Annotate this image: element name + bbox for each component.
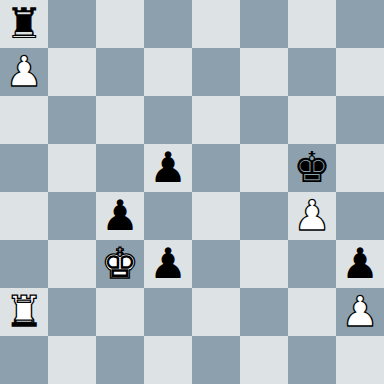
square-c5[interactable] (96, 144, 144, 192)
square-h8[interactable] (336, 0, 384, 48)
piece-white-rook[interactable]: ♜ (5, 291, 43, 333)
square-a8[interactable]: ♜ (0, 0, 48, 48)
square-g4[interactable]: ♟ (288, 192, 336, 240)
square-e2[interactable] (192, 288, 240, 336)
piece-black-rook[interactable]: ♜ (5, 3, 43, 45)
piece-white-pawn[interactable]: ♟ (341, 291, 379, 333)
square-b5[interactable] (48, 144, 96, 192)
piece-black-pawn[interactable]: ♟ (149, 243, 187, 285)
square-e8[interactable] (192, 0, 240, 48)
square-h6[interactable] (336, 96, 384, 144)
square-e7[interactable] (192, 48, 240, 96)
square-b3[interactable] (48, 240, 96, 288)
square-c8[interactable] (96, 0, 144, 48)
square-d6[interactable] (144, 96, 192, 144)
square-c4[interactable]: ♟ (96, 192, 144, 240)
square-d7[interactable] (144, 48, 192, 96)
square-a6[interactable] (0, 96, 48, 144)
square-d2[interactable] (144, 288, 192, 336)
square-a3[interactable] (0, 240, 48, 288)
square-c2[interactable] (96, 288, 144, 336)
square-f5[interactable] (240, 144, 288, 192)
square-e1[interactable] (192, 336, 240, 384)
square-a2[interactable]: ♜ (0, 288, 48, 336)
square-a1[interactable] (0, 336, 48, 384)
square-b1[interactable] (48, 336, 96, 384)
square-f6[interactable] (240, 96, 288, 144)
square-d8[interactable] (144, 0, 192, 48)
square-g1[interactable] (288, 336, 336, 384)
square-e5[interactable] (192, 144, 240, 192)
square-b7[interactable] (48, 48, 96, 96)
square-c3[interactable]: ♚ (96, 240, 144, 288)
piece-white-pawn[interactable]: ♟ (5, 51, 43, 93)
square-h4[interactable] (336, 192, 384, 240)
square-f1[interactable] (240, 336, 288, 384)
square-f7[interactable] (240, 48, 288, 96)
square-h1[interactable] (336, 336, 384, 384)
square-h5[interactable] (336, 144, 384, 192)
square-e4[interactable] (192, 192, 240, 240)
square-c7[interactable] (96, 48, 144, 96)
square-e6[interactable] (192, 96, 240, 144)
piece-white-king[interactable]: ♚ (101, 243, 139, 285)
square-a4[interactable] (0, 192, 48, 240)
square-a5[interactable] (0, 144, 48, 192)
piece-black-pawn[interactable]: ♟ (101, 195, 139, 237)
piece-black-pawn[interactable]: ♟ (341, 243, 379, 285)
chess-board: ♜♟♟♚♟♟♚♟♟♜♟ (0, 0, 384, 384)
square-b4[interactable] (48, 192, 96, 240)
square-g7[interactable] (288, 48, 336, 96)
square-e3[interactable] (192, 240, 240, 288)
square-c6[interactable] (96, 96, 144, 144)
square-h7[interactable] (336, 48, 384, 96)
piece-black-pawn[interactable]: ♟ (149, 147, 187, 189)
square-d1[interactable] (144, 336, 192, 384)
square-d3[interactable]: ♟ (144, 240, 192, 288)
square-g8[interactable] (288, 0, 336, 48)
square-f3[interactable] (240, 240, 288, 288)
square-g6[interactable] (288, 96, 336, 144)
square-h2[interactable]: ♟ (336, 288, 384, 336)
piece-white-pawn[interactable]: ♟ (293, 195, 331, 237)
square-g5[interactable]: ♚ (288, 144, 336, 192)
square-g2[interactable] (288, 288, 336, 336)
square-b6[interactable] (48, 96, 96, 144)
square-g3[interactable] (288, 240, 336, 288)
piece-black-king[interactable]: ♚ (293, 147, 331, 189)
square-f8[interactable] (240, 0, 288, 48)
square-f2[interactable] (240, 288, 288, 336)
square-h3[interactable]: ♟ (336, 240, 384, 288)
square-b2[interactable] (48, 288, 96, 336)
square-c1[interactable] (96, 336, 144, 384)
square-f4[interactable] (240, 192, 288, 240)
square-d4[interactable] (144, 192, 192, 240)
square-a7[interactable]: ♟ (0, 48, 48, 96)
square-d5[interactable]: ♟ (144, 144, 192, 192)
square-b8[interactable] (48, 0, 96, 48)
